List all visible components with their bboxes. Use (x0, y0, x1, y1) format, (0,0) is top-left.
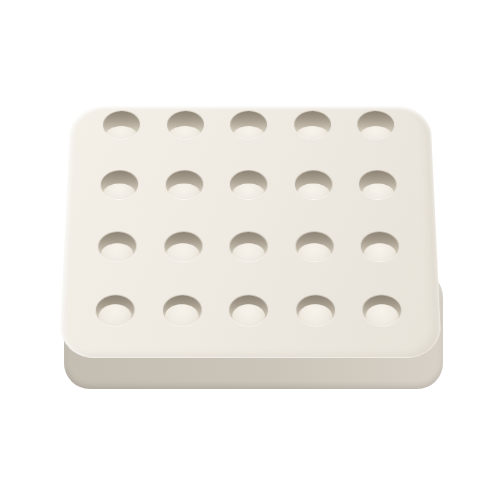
board-hole (230, 232, 268, 261)
board-hole (357, 111, 395, 139)
board-hole (360, 232, 399, 261)
board-hole (296, 295, 335, 325)
board-hole (362, 295, 402, 325)
board-hole (165, 171, 203, 199)
board-hole (359, 171, 397, 199)
board-hole (294, 111, 331, 139)
board-hole (229, 295, 268, 325)
board-hole (164, 232, 202, 261)
board-top-face (59, 106, 442, 358)
board-hole (98, 232, 137, 261)
tray (0, 0, 500, 500)
board-hole (230, 171, 267, 199)
product-photo (0, 0, 500, 500)
board-hole (162, 295, 201, 325)
board-hole (230, 111, 267, 139)
hole-grid (59, 106, 442, 358)
board-hole (100, 171, 138, 199)
board-hole (294, 171, 332, 199)
board-hole (166, 111, 203, 139)
board-hole (95, 295, 135, 325)
board-hole (103, 111, 141, 139)
board-hole (295, 232, 333, 261)
